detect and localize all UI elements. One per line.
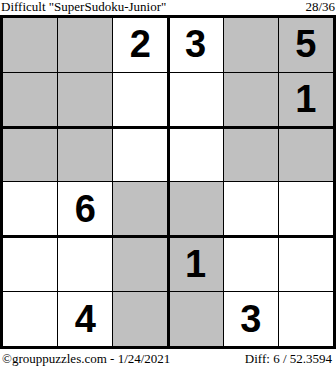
cell-r1c2[interactable] (58, 18, 112, 72)
cell-r5c3[interactable] (113, 237, 167, 291)
cell-r6c4[interactable] (169, 292, 223, 346)
cell-r6c6[interactable] (279, 292, 333, 346)
copyright-text: ©grouppuzzles.com - 1/24/2021 (2, 351, 170, 367)
difficulty-text: Diff: 6 / 52.3594 (245, 351, 332, 367)
cell-r2c2[interactable] (58, 73, 112, 127)
puzzle-footer: ©grouppuzzles.com - 1/24/2021 Diff: 6 / … (0, 349, 336, 370)
cell-r5c5[interactable] (224, 237, 278, 291)
cells-remaining-counter: 28/36 (305, 0, 335, 14)
cell-r6c1[interactable] (3, 292, 57, 346)
cell-r4c5[interactable] (224, 182, 278, 236)
cell-r5c6[interactable] (279, 237, 333, 291)
sudoku-board: 23516143 (0, 15, 336, 349)
cell-r3c2[interactable] (58, 128, 112, 182)
cell-r2c1[interactable] (3, 73, 57, 127)
cell-r3c5[interactable] (224, 128, 278, 182)
cell-r1c1[interactable] (3, 18, 57, 72)
cell-r3c1[interactable] (3, 128, 57, 182)
cell-r4c3[interactable] (113, 182, 167, 236)
cell-r3c6[interactable] (279, 128, 333, 182)
cell-r4c2-given-6[interactable]: 6 (58, 182, 112, 236)
cell-r1c4-given-3[interactable]: 3 (169, 18, 223, 72)
cell-r2c6-given-1[interactable]: 1 (279, 73, 333, 127)
cell-r2c4[interactable] (169, 73, 223, 127)
cell-r4c6[interactable] (279, 182, 333, 236)
cell-r5c2[interactable] (58, 237, 112, 291)
cell-r3c3[interactable] (113, 128, 167, 182)
cell-r4c4[interactable] (169, 182, 223, 236)
cell-r3c4[interactable] (169, 128, 223, 182)
box-divider-horizontal-1 (3, 126, 333, 129)
cell-r1c5[interactable] (224, 18, 278, 72)
puzzle-title: Difficult "SuperSudoku-Junior" (1, 0, 166, 14)
puzzle-header: Difficult "SuperSudoku-Junior" 28/36 (0, 0, 336, 15)
cell-r4c1[interactable] (3, 182, 57, 236)
box-divider-vertical (167, 18, 170, 346)
cell-r2c3[interactable] (113, 73, 167, 127)
cell-r6c5-given-3[interactable]: 3 (224, 292, 278, 346)
cell-r5c1[interactable] (3, 237, 57, 291)
cell-r2c5[interactable] (224, 73, 278, 127)
box-divider-horizontal-2 (3, 235, 333, 238)
cell-r6c2-given-4[interactable]: 4 (58, 292, 112, 346)
cell-r1c3-given-2[interactable]: 2 (113, 18, 167, 72)
cell-r5c4-given-1[interactable]: 1 (169, 237, 223, 291)
cell-r1c6-given-5[interactable]: 5 (279, 18, 333, 72)
cell-r6c3[interactable] (113, 292, 167, 346)
